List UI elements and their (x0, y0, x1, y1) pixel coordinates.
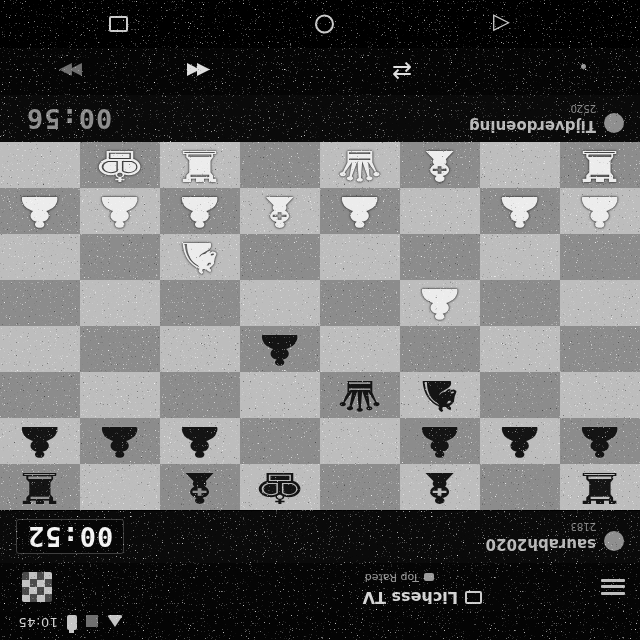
square-c3[interactable] (400, 234, 480, 280)
player-row-bottom: Tijdverdoening 2520 00:56 (0, 95, 640, 143)
square-e4[interactable] (240, 280, 320, 326)
square-f6[interactable] (160, 372, 240, 418)
black-pawn: ♟ (173, 417, 226, 464)
white-pawn: ♟ (413, 279, 466, 326)
white-pawn: ♟ (333, 187, 386, 234)
white-knight: ♞ (173, 233, 226, 280)
controls-bar: ⇄ ◀◀ ▶▶ (0, 48, 640, 95)
square-b7[interactable]: ♟ (480, 418, 560, 464)
square-c5[interactable] (400, 326, 480, 372)
square-f1[interactable]: ♜ (160, 142, 240, 188)
square-b3[interactable] (480, 234, 560, 280)
black-pawn: ♟ (413, 417, 466, 464)
square-d5[interactable] (320, 326, 400, 372)
next-move-icon[interactable]: ▶▶ (62, 62, 82, 82)
player-top-rating: 2183 (486, 521, 596, 532)
square-g3[interactable] (80, 234, 160, 280)
square-h2[interactable]: ♟ (0, 188, 80, 234)
black-bishop: ♝ (173, 463, 226, 510)
white-pawn: ♟ (13, 187, 66, 234)
square-b2[interactable]: ♟ (480, 188, 560, 234)
nav-home-icon[interactable] (315, 15, 334, 34)
square-g1[interactable]: ♚ (80, 142, 160, 188)
square-e5[interactable]: ♟ (240, 326, 320, 372)
square-h5[interactable] (0, 326, 80, 372)
white-pawn: ♟ (573, 187, 626, 234)
black-rook: ♜ (13, 463, 66, 510)
white-rook: ♜ (173, 141, 226, 188)
square-d6[interactable]: ♛ (320, 372, 400, 418)
square-h3[interactable] (0, 234, 80, 280)
page-title: Lichess TV (363, 588, 458, 607)
player-top-clock: 00:52 (16, 520, 124, 555)
square-e2[interactable]: ♝ (240, 188, 320, 234)
black-knight: ♞ (413, 371, 466, 418)
square-c1[interactable]: ♝ (400, 142, 480, 188)
wifi-icon (107, 615, 123, 627)
square-f3[interactable]: ♞ (160, 234, 240, 280)
square-d8[interactable] (320, 464, 400, 510)
square-d3[interactable] (320, 234, 400, 280)
square-g2[interactable]: ♟ (80, 188, 160, 234)
chess-board: ♜♝♚♝♜♟♟♟♟♟♟♞♛♟♟♞♟♟♟♝♟♟♟♜♝♛♜♚ (0, 143, 640, 511)
channel-subtitle: Top Rated (365, 571, 419, 584)
status-time: 10:45 (18, 615, 58, 630)
square-d1[interactable]: ♛ (320, 142, 400, 188)
tv-icon (465, 591, 482, 604)
top-rated-channel-icon (424, 574, 434, 582)
black-pawn: ♟ (253, 325, 306, 372)
black-pawn: ♟ (493, 417, 546, 464)
square-h8[interactable]: ♜ (0, 464, 80, 510)
signal-icon (86, 615, 98, 627)
white-pawn: ♟ (173, 187, 226, 234)
black-bishop: ♝ (413, 463, 466, 510)
app-header: Lichess TV Top Rated (0, 563, 640, 612)
title-block: Lichess TV Top Rated (363, 571, 482, 607)
square-h7[interactable]: ♟ (0, 418, 80, 464)
white-rook: ♜ (573, 141, 626, 188)
android-nav-bar: ◁ (0, 0, 640, 48)
previous-move-icon[interactable]: ◀◀ (190, 62, 210, 82)
flip-board-icon[interactable]: ⇄ (392, 58, 412, 86)
square-g4[interactable] (80, 280, 160, 326)
board-channels-icon[interactable] (22, 572, 52, 602)
status-bar: 10:45 (0, 612, 640, 640)
nav-back-icon[interactable]: ◁ (493, 12, 510, 37)
white-king: ♚ (93, 141, 146, 188)
menu-hamburger-icon[interactable] (601, 579, 625, 595)
white-bishop: ♝ (253, 187, 306, 234)
square-g6[interactable] (80, 372, 160, 418)
white-pawn: ♟ (493, 187, 546, 234)
white-pawn: ♟ (93, 187, 146, 234)
square-b6[interactable] (480, 372, 560, 418)
square-c2[interactable] (400, 188, 480, 234)
square-a8[interactable]: ♜ (560, 464, 640, 510)
square-c8[interactable]: ♝ (400, 464, 480, 510)
square-b1[interactable] (480, 142, 560, 188)
player-row-top: saurabh2020 2183 00:52 (0, 511, 640, 563)
player-bottom-name: Tijdverdoening (469, 117, 596, 135)
square-h1[interactable] (0, 142, 80, 188)
square-h4[interactable] (0, 280, 80, 326)
player-top-avatar-icon (604, 531, 624, 551)
square-h6[interactable] (0, 372, 80, 418)
square-f8[interactable]: ♝ (160, 464, 240, 510)
black-pawn: ♟ (93, 417, 146, 464)
phone-screen: 10:45 Lichess TV Top Rated saurabh2020 2… (0, 0, 640, 640)
square-a7[interactable]: ♟ (560, 418, 640, 464)
square-a3[interactable] (560, 234, 640, 280)
black-pawn: ♟ (573, 417, 626, 464)
square-e7[interactable] (240, 418, 320, 464)
player-bottom-clock: 00:56 (16, 103, 122, 136)
square-e1[interactable] (240, 142, 320, 188)
square-a5[interactable] (560, 326, 640, 372)
white-queen: ♛ (333, 141, 386, 188)
square-f4[interactable] (160, 280, 240, 326)
square-e3[interactable] (240, 234, 320, 280)
square-b5[interactable] (480, 326, 560, 372)
player-top-name: saurabh2020 (486, 535, 596, 553)
square-e6[interactable] (240, 372, 320, 418)
square-a6[interactable] (560, 372, 640, 418)
nav-recents-icon[interactable] (109, 16, 128, 32)
square-c6[interactable]: ♞ (400, 372, 480, 418)
square-a4[interactable] (560, 280, 640, 326)
square-g8[interactable] (80, 464, 160, 510)
battery-icon (67, 615, 77, 630)
square-a1[interactable]: ♜ (560, 142, 640, 188)
square-a2[interactable]: ♟ (560, 188, 640, 234)
black-rook: ♜ (573, 463, 626, 510)
square-b4[interactable] (480, 280, 560, 326)
square-d7[interactable] (320, 418, 400, 464)
square-f7[interactable]: ♟ (160, 418, 240, 464)
square-f2[interactable]: ♟ (160, 188, 240, 234)
player-bottom-avatar-icon (604, 113, 624, 133)
square-c7[interactable]: ♟ (400, 418, 480, 464)
square-g5[interactable] (80, 326, 160, 372)
square-c4[interactable]: ♟ (400, 280, 480, 326)
black-pawn: ♟ (13, 417, 66, 464)
square-g7[interactable]: ♟ (80, 418, 160, 464)
square-b8[interactable] (480, 464, 560, 510)
square-e8[interactable]: ♚ (240, 464, 320, 510)
square-f5[interactable] (160, 326, 240, 372)
square-d2[interactable]: ♟ (320, 188, 400, 234)
white-bishop: ♝ (413, 141, 466, 188)
black-king: ♚ (253, 463, 306, 510)
player-bottom-rating: 2520 (469, 103, 596, 114)
black-queen: ♛ (333, 371, 386, 418)
square-d4[interactable] (320, 280, 400, 326)
